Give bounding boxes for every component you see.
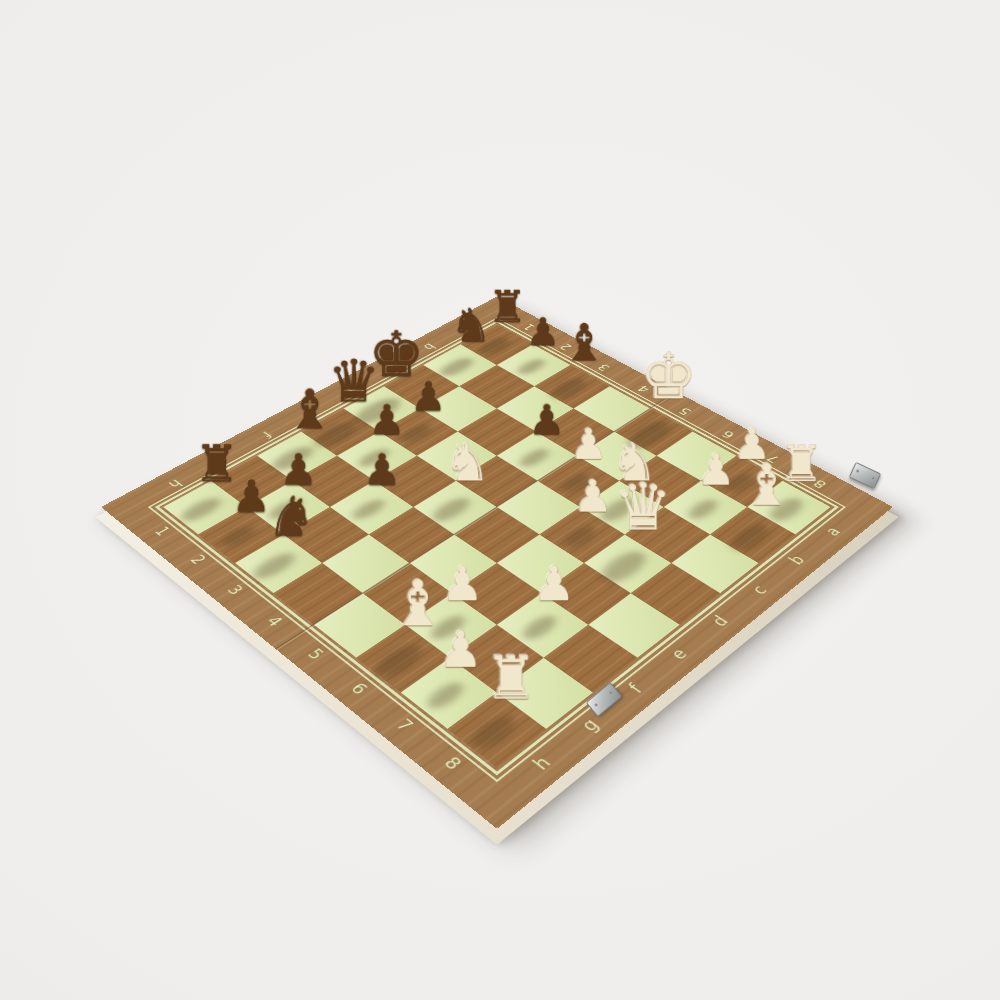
file-label-h: h xyxy=(530,754,554,773)
file-label-far-g: g xyxy=(212,453,230,465)
rank-label-6: 6 xyxy=(347,680,370,697)
rank-label-7: 7 xyxy=(392,716,415,734)
rank-label-2: 2 xyxy=(186,553,207,567)
square-g6[interactable] xyxy=(405,593,497,658)
file-label-far-f: f xyxy=(259,430,273,439)
rank-label-far-3: 3 xyxy=(595,362,612,372)
rank-label-far-8: 8 xyxy=(811,478,830,490)
rank-label-1: 1 xyxy=(151,525,172,538)
file-label-g: g xyxy=(578,716,601,734)
file-label-far-b: b xyxy=(420,342,437,352)
square-d4[interactable] xyxy=(456,456,538,507)
file-label-far-d: d xyxy=(342,384,359,394)
file-label-far-h: h xyxy=(165,478,184,490)
file-label-d: d xyxy=(709,614,731,629)
rank-label-far-4: 4 xyxy=(635,383,652,393)
product-photo-stage: { "game": "chess", "board_type": "foldin… xyxy=(0,0,1000,1000)
piece-glyph: ♜ xyxy=(487,285,526,328)
chess-board: 1122334455667788hhggffeeddccbbaa ♜♝♜♟♟♛♟… xyxy=(101,297,893,829)
rank-label-far-5: 5 xyxy=(676,406,694,417)
file-label-far-c: c xyxy=(382,363,398,372)
file-label-c: c xyxy=(749,583,770,597)
rank-label-far-1: 1 xyxy=(520,322,537,331)
squares-grid xyxy=(163,325,831,768)
file-label-a: a xyxy=(822,525,843,538)
clasp-icon xyxy=(849,462,882,489)
file-label-f: f xyxy=(626,682,645,696)
square-d8[interactable] xyxy=(631,563,720,625)
file-label-far-e: e xyxy=(300,406,317,417)
rank-label-4: 4 xyxy=(263,614,285,629)
rank-label-8: 8 xyxy=(440,754,464,773)
rank-label-far-6: 6 xyxy=(719,429,737,440)
square-e8[interactable] xyxy=(589,593,681,658)
piece-glyph: ♚ xyxy=(639,345,696,409)
rank-label-5: 5 xyxy=(304,646,327,662)
file-label-b: b xyxy=(786,553,807,567)
square-h5[interactable] xyxy=(314,593,406,658)
file-label-far-a: a xyxy=(457,322,473,331)
file-label-e: e xyxy=(668,646,690,662)
chess-board-3d: 1122334455667788hhggffeeddccbbaa ♜♝♜♟♟♛♟… xyxy=(101,297,893,829)
rank-label-3: 3 xyxy=(224,583,246,597)
rank-label-far-7: 7 xyxy=(764,453,782,465)
rank-label-far-2: 2 xyxy=(557,342,574,352)
